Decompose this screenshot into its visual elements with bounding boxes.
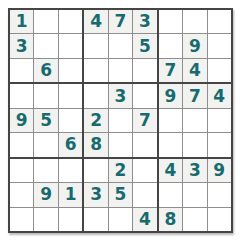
cell-r6c3[interactable]: 6 [59, 133, 82, 156]
cell-r7c7[interactable]: 4 [159, 159, 182, 182]
cell-r5c7[interactable] [159, 109, 182, 132]
cell-r7c3[interactable] [59, 159, 82, 182]
cell-r8c5[interactable]: 5 [109, 183, 132, 206]
cell-r7c4[interactable] [84, 159, 107, 182]
cell-r5c8[interactable] [183, 109, 206, 132]
sudoku-board: 136473597495632789749123544398 [8, 8, 233, 233]
cell-r4c3[interactable] [59, 84, 82, 107]
cell-r7c9[interactable]: 9 [208, 159, 231, 182]
cell-r8c6[interactable] [133, 183, 156, 206]
cell-r4c9[interactable]: 4 [208, 84, 231, 107]
cell-r1c5[interactable]: 7 [109, 10, 132, 33]
cell-r3c7[interactable]: 7 [159, 59, 182, 82]
cell-r3c1[interactable] [10, 59, 33, 82]
cell-r4c5[interactable]: 3 [109, 84, 132, 107]
cell-r2c9[interactable] [208, 34, 231, 57]
cell-r5c2[interactable]: 5 [34, 109, 57, 132]
cell-r2c8[interactable]: 9 [183, 34, 206, 57]
cell-r3c3[interactable] [59, 59, 82, 82]
cell-r6c4[interactable]: 8 [84, 133, 107, 156]
cell-r1c4[interactable]: 4 [84, 10, 107, 33]
cell-r7c1[interactable] [10, 159, 33, 182]
cell-r3c8[interactable]: 4 [183, 59, 206, 82]
cell-r6c9[interactable] [208, 133, 231, 156]
cell-r6c7[interactable] [159, 133, 182, 156]
cell-r7c5[interactable]: 2 [109, 159, 132, 182]
box-2-1: 956 [10, 84, 82, 156]
box-2-2: 3278 [84, 84, 156, 156]
cell-r8c7[interactable] [159, 183, 182, 206]
cell-r5c6[interactable]: 7 [133, 109, 156, 132]
box-1-1: 136 [10, 10, 82, 82]
cell-r3c2[interactable]: 6 [34, 59, 57, 82]
cell-r2c2[interactable] [34, 34, 57, 57]
cell-r2c3[interactable] [59, 34, 82, 57]
cell-r5c1[interactable]: 9 [10, 109, 33, 132]
cell-r2c1[interactable]: 3 [10, 34, 33, 57]
cell-r6c6[interactable] [133, 133, 156, 156]
cell-r9c9[interactable] [208, 208, 231, 231]
cell-r3c5[interactable] [109, 59, 132, 82]
cell-r9c6[interactable]: 4 [133, 208, 156, 231]
cell-r5c3[interactable] [59, 109, 82, 132]
cell-r3c6[interactable] [133, 59, 156, 82]
box-3-2: 2354 [84, 159, 156, 231]
cell-r1c3[interactable] [59, 10, 82, 33]
cell-r1c7[interactable] [159, 10, 182, 33]
box-3-1: 91 [10, 159, 82, 231]
cell-r5c4[interactable]: 2 [84, 109, 107, 132]
cell-r9c8[interactable] [183, 208, 206, 231]
cell-r1c2[interactable] [34, 10, 57, 33]
cell-r1c8[interactable] [183, 10, 206, 33]
cell-r7c2[interactable] [34, 159, 57, 182]
cell-r4c4[interactable] [84, 84, 107, 107]
box-1-3: 974 [159, 10, 231, 82]
cell-r8c3[interactable]: 1 [59, 183, 82, 206]
cell-r6c5[interactable] [109, 133, 132, 156]
cell-r4c8[interactable]: 7 [183, 84, 206, 107]
cell-r1c9[interactable] [208, 10, 231, 33]
cell-r7c6[interactable] [133, 159, 156, 182]
cell-r5c9[interactable] [208, 109, 231, 132]
cell-r9c5[interactable] [109, 208, 132, 231]
cell-r2c5[interactable] [109, 34, 132, 57]
cell-r8c1[interactable] [10, 183, 33, 206]
cell-r8c2[interactable]: 9 [34, 183, 57, 206]
cell-r3c4[interactable] [84, 59, 107, 82]
cell-r9c4[interactable] [84, 208, 107, 231]
cell-r4c6[interactable] [133, 84, 156, 107]
cell-r9c2[interactable] [34, 208, 57, 231]
box-2-3: 974 [159, 84, 231, 156]
cell-r1c6[interactable]: 3 [133, 10, 156, 33]
cell-r4c7[interactable]: 9 [159, 84, 182, 107]
cell-r6c2[interactable] [34, 133, 57, 156]
cell-r8c4[interactable]: 3 [84, 183, 107, 206]
cell-r2c7[interactable] [159, 34, 182, 57]
cell-r3c9[interactable] [208, 59, 231, 82]
cell-r4c1[interactable] [10, 84, 33, 107]
cell-r9c3[interactable] [59, 208, 82, 231]
cell-r7c8[interactable]: 3 [183, 159, 206, 182]
box-1-2: 4735 [84, 10, 156, 82]
cell-r9c7[interactable]: 8 [159, 208, 182, 231]
cell-r5c5[interactable] [109, 109, 132, 132]
cell-r2c4[interactable] [84, 34, 107, 57]
cell-r8c8[interactable] [183, 183, 206, 206]
cell-r9c1[interactable] [10, 208, 33, 231]
cell-r8c9[interactable] [208, 183, 231, 206]
box-3-3: 4398 [159, 159, 231, 231]
cell-r1c1[interactable]: 1 [10, 10, 33, 33]
cell-r2c6[interactable]: 5 [133, 34, 156, 57]
cell-r6c8[interactable] [183, 133, 206, 156]
cell-r6c1[interactable] [10, 133, 33, 156]
cell-r4c2[interactable] [34, 84, 57, 107]
